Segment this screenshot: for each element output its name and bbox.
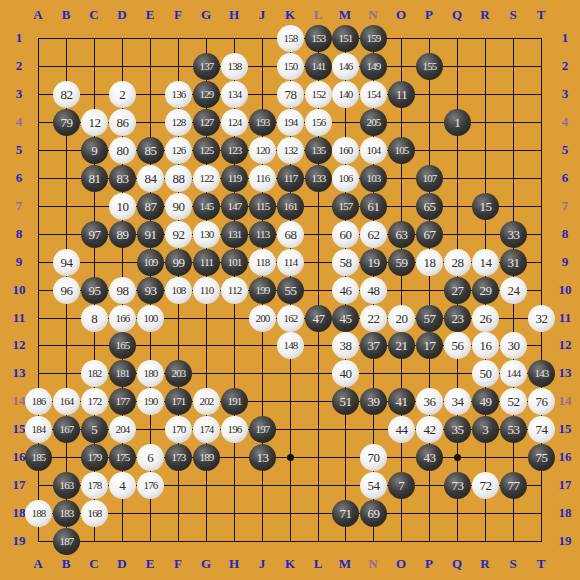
coord-label-left-16: 16 [13, 449, 26, 465]
black-stone-H5: 123 [221, 137, 248, 164]
black-stone-H7: 147 [221, 193, 248, 220]
black-stone-P6: 107 [416, 165, 443, 192]
white-stone-C14: 172 [81, 388, 108, 415]
move-number: 111 [200, 257, 213, 268]
black-stone-B19: 187 [53, 528, 80, 555]
black-stone-Q15: 35 [444, 416, 471, 443]
black-stone-K6: 117 [277, 165, 304, 192]
coord-label-right-10: 10 [559, 282, 572, 298]
black-stone-S9: 31 [500, 249, 527, 276]
coord-label-top-M: M [339, 7, 351, 23]
coord-label-left-18: 18 [13, 505, 26, 521]
move-number: 14 [480, 256, 492, 269]
white-stone-K1: 158 [277, 25, 304, 52]
white-stone-D17: 4 [109, 472, 136, 499]
black-stone-N1: 159 [360, 25, 387, 52]
move-number: 104 [366, 145, 380, 156]
coord-label-left-17: 17 [13, 477, 26, 493]
coord-label-top-E: E [146, 7, 155, 23]
black-stone-F13: 203 [165, 360, 192, 387]
coord-label-bottom-P: P [425, 556, 433, 572]
black-stone-H9: 101 [221, 249, 248, 276]
coord-label-left-2: 2 [16, 58, 23, 74]
move-number: 123 [227, 145, 241, 156]
white-stone-M10: 46 [332, 277, 359, 304]
white-stone-M8: 60 [332, 221, 359, 248]
move-number: 134 [227, 89, 241, 100]
black-stone-P16: 43 [416, 444, 443, 471]
white-stone-A15: 184 [25, 416, 52, 443]
white-stone-E13: 180 [137, 360, 164, 387]
move-number: 71 [340, 507, 352, 520]
white-stone-B14: 164 [53, 388, 80, 415]
move-number: 81 [89, 172, 101, 185]
move-number: 167 [59, 424, 73, 435]
black-stone-C5: 9 [81, 137, 108, 164]
black-stone-N14: 39 [360, 388, 387, 415]
black-stone-B17: 163 [53, 472, 80, 499]
coord-label-right-19: 19 [559, 533, 572, 549]
move-number: 30 [508, 339, 520, 352]
move-number: 46 [340, 284, 352, 297]
black-stone-M14: 51 [332, 388, 359, 415]
move-number: 68 [285, 228, 297, 241]
coord-label-bottom-D: D [117, 556, 126, 572]
move-number: 99 [173, 256, 185, 269]
move-number: 158 [283, 33, 297, 44]
black-stone-D16: 175 [109, 444, 136, 471]
move-number: 110 [200, 285, 214, 296]
move-number: 196 [227, 424, 241, 435]
move-number: 21 [396, 339, 408, 352]
white-stone-D15: 204 [109, 416, 136, 443]
white-stone-T11: 32 [528, 305, 555, 332]
black-stone-K10: 55 [277, 277, 304, 304]
white-stone-M2: 146 [332, 53, 359, 80]
white-stone-R9: 14 [472, 249, 499, 276]
black-stone-B15: 167 [53, 416, 80, 443]
move-number: 38 [340, 339, 352, 352]
white-stone-K5: 132 [277, 137, 304, 164]
black-stone-L11: 47 [305, 305, 332, 332]
move-number: 97 [89, 228, 101, 241]
black-stone-N9: 19 [360, 249, 387, 276]
black-stone-N7: 61 [360, 193, 387, 220]
black-stone-D14: 177 [109, 388, 136, 415]
move-number: 93 [145, 284, 157, 297]
move-number: 84 [145, 172, 157, 185]
move-number: 204 [115, 424, 129, 435]
move-number: 2 [119, 88, 126, 101]
white-stone-D7: 10 [109, 193, 136, 220]
move-number: 170 [171, 424, 185, 435]
white-stone-G10: 110 [193, 277, 220, 304]
black-stone-N12: 37 [360, 332, 387, 359]
move-number: 168 [87, 508, 101, 519]
white-stone-G14: 202 [193, 388, 220, 415]
black-stone-N4: 205 [360, 109, 387, 136]
move-number: 53 [508, 423, 520, 436]
black-stone-F9: 99 [165, 249, 192, 276]
move-number: 165 [115, 340, 129, 351]
move-number: 161 [283, 201, 297, 212]
black-stone-Q10: 27 [444, 277, 471, 304]
move-number: 173 [171, 452, 185, 463]
move-number: 107 [422, 173, 436, 184]
coord-label-right-14: 14 [559, 393, 572, 409]
black-stone-G16: 189 [193, 444, 220, 471]
move-number: 185 [31, 452, 45, 463]
white-stone-A18: 188 [25, 500, 52, 527]
white-stone-D10: 98 [109, 277, 136, 304]
move-number: 187 [59, 536, 73, 547]
white-stone-G6: 122 [193, 165, 220, 192]
black-stone-L5: 135 [305, 137, 332, 164]
white-stone-N3: 154 [360, 81, 387, 108]
white-stone-R17: 72 [472, 472, 499, 499]
star-point [287, 454, 294, 461]
coord-label-bottom-Q: Q [452, 556, 462, 572]
coord-label-top-P: P [425, 7, 433, 23]
coord-label-bottom-G: G [201, 556, 211, 572]
move-number: 61 [368, 200, 380, 213]
move-number: 188 [31, 508, 45, 519]
move-number: 109 [143, 257, 157, 268]
black-stone-R15: 3 [472, 416, 499, 443]
black-stone-P7: 65 [416, 193, 443, 220]
black-stone-J4: 193 [249, 109, 276, 136]
move-number: 40 [340, 367, 352, 380]
white-stone-P14: 36 [416, 388, 443, 415]
black-stone-B18: 183 [53, 500, 80, 527]
black-stone-T13: 143 [528, 360, 555, 387]
black-stone-E8: 91 [137, 221, 164, 248]
black-stone-J10: 199 [249, 277, 276, 304]
move-number: 144 [506, 368, 520, 379]
white-stone-P15: 42 [416, 416, 443, 443]
white-stone-N17: 54 [360, 472, 387, 499]
move-number: 96 [61, 284, 73, 297]
coord-label-top-H: H [229, 7, 239, 23]
move-number: 181 [115, 368, 129, 379]
move-number: 202 [199, 396, 213, 407]
black-stone-Q4: 1 [444, 109, 471, 136]
move-number: 89 [117, 228, 129, 241]
white-stone-L3: 152 [305, 81, 332, 108]
move-number: 205 [366, 117, 380, 128]
move-number: 19 [368, 256, 380, 269]
move-number: 44 [396, 423, 408, 436]
white-stone-D5: 80 [109, 137, 136, 164]
black-stone-O14: 41 [388, 388, 415, 415]
move-number: 55 [285, 284, 297, 297]
coord-label-right-7: 7 [562, 198, 569, 214]
move-number: 26 [480, 312, 492, 325]
move-number: 59 [396, 256, 408, 269]
move-number: 75 [536, 451, 548, 464]
black-stone-Q11: 23 [444, 305, 471, 332]
move-number: 147 [227, 201, 241, 212]
black-stone-G3: 129 [193, 81, 220, 108]
move-number: 191 [227, 396, 241, 407]
move-number: 8 [91, 312, 98, 325]
move-number: 13 [257, 451, 269, 464]
move-number: 47 [313, 312, 325, 325]
white-stone-C17: 178 [81, 472, 108, 499]
move-number: 29 [480, 284, 492, 297]
white-stone-J6: 116 [249, 165, 276, 192]
move-number: 145 [199, 201, 213, 212]
move-number: 69 [368, 507, 380, 520]
move-number: 72 [480, 479, 492, 492]
coord-label-top-Q: Q [452, 7, 462, 23]
black-stone-C16: 179 [81, 444, 108, 471]
white-stone-K12: 148 [277, 332, 304, 359]
black-stone-E10: 93 [137, 277, 164, 304]
grid-line-horizontal [38, 513, 542, 514]
black-stone-G5: 125 [193, 137, 220, 164]
move-number: 178 [87, 480, 101, 491]
move-number: 203 [171, 368, 185, 379]
move-number: 20 [396, 312, 408, 325]
move-number: 16 [480, 339, 492, 352]
coord-label-bottom-N: N [368, 556, 377, 572]
black-stone-R7: 15 [472, 193, 499, 220]
coord-label-top-B: B [62, 7, 71, 23]
move-number: 156 [311, 117, 325, 128]
white-stone-M12: 38 [332, 332, 359, 359]
move-number: 23 [452, 312, 464, 325]
black-stone-E9: 109 [137, 249, 164, 276]
move-number: 143 [534, 368, 548, 379]
black-stone-G4: 127 [193, 109, 220, 136]
move-number: 138 [227, 61, 241, 72]
coord-label-right-2: 2 [562, 58, 569, 74]
move-number: 88 [173, 172, 185, 185]
black-stone-M1: 151 [332, 25, 359, 52]
move-number: 4 [119, 479, 126, 492]
coord-label-bottom-R: R [480, 556, 489, 572]
move-number: 184 [31, 424, 45, 435]
white-stone-D4: 86 [109, 109, 136, 136]
black-stone-M11: 45 [332, 305, 359, 332]
move-number: 39 [368, 395, 380, 408]
move-number: 112 [228, 285, 242, 296]
grid-line-vertical [401, 38, 402, 542]
coord-label-left-9: 9 [16, 254, 23, 270]
white-stone-E17: 176 [137, 472, 164, 499]
move-number: 118 [256, 257, 270, 268]
black-stone-O12: 21 [388, 332, 415, 359]
move-number: 159 [366, 33, 380, 44]
white-stone-F3: 136 [165, 81, 192, 108]
move-number: 127 [199, 117, 213, 128]
coord-label-left-10: 10 [13, 282, 26, 298]
move-number: 106 [338, 173, 352, 184]
white-stone-C13: 182 [81, 360, 108, 387]
coord-label-top-C: C [89, 7, 98, 23]
move-number: 128 [171, 117, 185, 128]
black-stone-O8: 63 [388, 221, 415, 248]
white-stone-H4: 124 [221, 109, 248, 136]
coord-label-top-F: F [174, 7, 182, 23]
move-number: 151 [338, 33, 352, 44]
white-stone-G8: 130 [193, 221, 220, 248]
move-number: 176 [143, 480, 157, 491]
coord-label-right-4: 4 [562, 114, 569, 130]
white-stone-S13: 144 [500, 360, 527, 387]
move-number: 140 [338, 89, 352, 100]
coord-label-right-1: 1 [562, 30, 569, 46]
move-number: 12 [89, 116, 101, 129]
black-stone-K7: 161 [277, 193, 304, 220]
white-stone-H10: 112 [221, 277, 248, 304]
coord-label-left-11: 11 [13, 310, 25, 326]
move-number: 115 [256, 201, 270, 212]
move-number: 177 [115, 396, 129, 407]
move-number: 133 [311, 173, 325, 184]
black-stone-H6: 119 [221, 165, 248, 192]
white-stone-B3: 82 [53, 81, 80, 108]
coord-label-left-12: 12 [13, 337, 26, 353]
white-stone-P9: 18 [416, 249, 443, 276]
coord-label-bottom-L: L [314, 556, 323, 572]
move-number: 10 [117, 200, 129, 213]
coord-label-bottom-B: B [62, 556, 71, 572]
move-number: 182 [87, 368, 101, 379]
move-number: 183 [59, 508, 73, 519]
black-stone-C10: 95 [81, 277, 108, 304]
white-stone-C18: 168 [81, 500, 108, 527]
move-number: 193 [255, 117, 269, 128]
move-number: 63 [396, 228, 408, 241]
coord-label-right-3: 3 [562, 86, 569, 102]
coord-label-bottom-F: F [174, 556, 182, 572]
black-stone-S15: 53 [500, 416, 527, 443]
white-stone-O15: 44 [388, 416, 415, 443]
white-stone-F10: 108 [165, 277, 192, 304]
coord-label-left-4: 4 [16, 114, 23, 130]
move-number: 124 [227, 117, 241, 128]
move-number: 174 [199, 424, 213, 435]
move-number: 76 [536, 395, 548, 408]
move-number: 33 [508, 228, 520, 241]
white-stone-M5: 160 [332, 137, 359, 164]
white-stone-H2: 138 [221, 53, 248, 80]
coord-label-left-13: 13 [13, 365, 26, 381]
coord-label-left-15: 15 [13, 421, 26, 437]
coord-label-top-G: G [201, 7, 211, 23]
white-stone-S12: 30 [500, 332, 527, 359]
move-number: 9 [91, 144, 98, 157]
coord-label-top-R: R [480, 7, 489, 23]
black-stone-B4: 79 [53, 109, 80, 136]
go-kifu-diagram: ABCDEFGHJKLMNOPQRSTABCDEFGHJKLMNOPQRST12… [0, 0, 580, 580]
white-stone-Q9: 28 [444, 249, 471, 276]
move-number: 49 [480, 395, 492, 408]
move-number: 95 [89, 284, 101, 297]
coord-label-bottom-C: C [89, 556, 98, 572]
move-number: 155 [422, 61, 436, 72]
move-number: 98 [117, 284, 129, 297]
coord-label-right-15: 15 [559, 421, 572, 437]
white-stone-T14: 76 [528, 388, 555, 415]
move-number: 58 [340, 256, 352, 269]
move-number: 135 [311, 145, 325, 156]
coord-label-right-11: 11 [559, 310, 571, 326]
move-number: 132 [283, 145, 297, 156]
black-stone-D13: 181 [109, 360, 136, 387]
white-stone-J9: 118 [249, 249, 276, 276]
coord-label-bottom-A: A [33, 556, 42, 572]
black-stone-H14: 191 [221, 388, 248, 415]
move-number: 50 [480, 367, 492, 380]
coord-label-top-T: T [537, 7, 546, 23]
white-stone-F7: 90 [165, 193, 192, 220]
white-stone-E16: 6 [137, 444, 164, 471]
move-number: 150 [283, 61, 297, 72]
move-number: 43 [424, 451, 436, 464]
coord-label-right-17: 17 [559, 477, 572, 493]
move-number: 28 [452, 256, 464, 269]
coord-label-top-L: L [314, 7, 323, 23]
white-stone-D11: 166 [109, 305, 136, 332]
coord-label-bottom-J: J [259, 556, 266, 572]
move-number: 37 [368, 339, 380, 352]
coord-label-left-14: 14 [13, 393, 26, 409]
move-number: 175 [115, 452, 129, 463]
move-number: 162 [283, 313, 297, 324]
move-number: 119 [228, 173, 242, 184]
move-number: 82 [61, 88, 73, 101]
move-number: 35 [452, 423, 464, 436]
white-stone-H3: 134 [221, 81, 248, 108]
move-number: 17 [424, 339, 436, 352]
white-stone-G15: 174 [193, 416, 220, 443]
move-number: 11 [396, 88, 408, 101]
move-number: 166 [115, 313, 129, 324]
white-stone-N16: 70 [360, 444, 387, 471]
white-stone-B10: 96 [53, 277, 80, 304]
coord-label-left-19: 19 [13, 533, 26, 549]
move-number: 52 [508, 395, 520, 408]
move-number: 197 [255, 424, 269, 435]
move-number: 87 [145, 200, 157, 213]
move-number: 77 [508, 479, 520, 492]
move-number: 125 [199, 145, 213, 156]
move-number: 152 [311, 89, 325, 100]
black-stone-F16: 173 [165, 444, 192, 471]
black-stone-E7: 87 [137, 193, 164, 220]
black-stone-C6: 81 [81, 165, 108, 192]
white-stone-R13: 50 [472, 360, 499, 387]
black-stone-P8: 67 [416, 221, 443, 248]
coord-label-right-12: 12 [559, 337, 572, 353]
white-stone-K3: 78 [277, 81, 304, 108]
coord-label-bottom-H: H [229, 556, 239, 572]
white-stone-N11: 22 [360, 305, 387, 332]
move-number: 91 [145, 228, 157, 241]
black-stone-E5: 85 [137, 137, 164, 164]
move-number: 27 [452, 284, 464, 297]
white-stone-A14: 186 [25, 388, 52, 415]
move-number: 36 [424, 395, 436, 408]
black-stone-J7: 115 [249, 193, 276, 220]
white-stone-R12: 16 [472, 332, 499, 359]
move-number: 114 [284, 257, 298, 268]
white-stone-K9: 114 [277, 249, 304, 276]
white-stone-Q12: 56 [444, 332, 471, 359]
